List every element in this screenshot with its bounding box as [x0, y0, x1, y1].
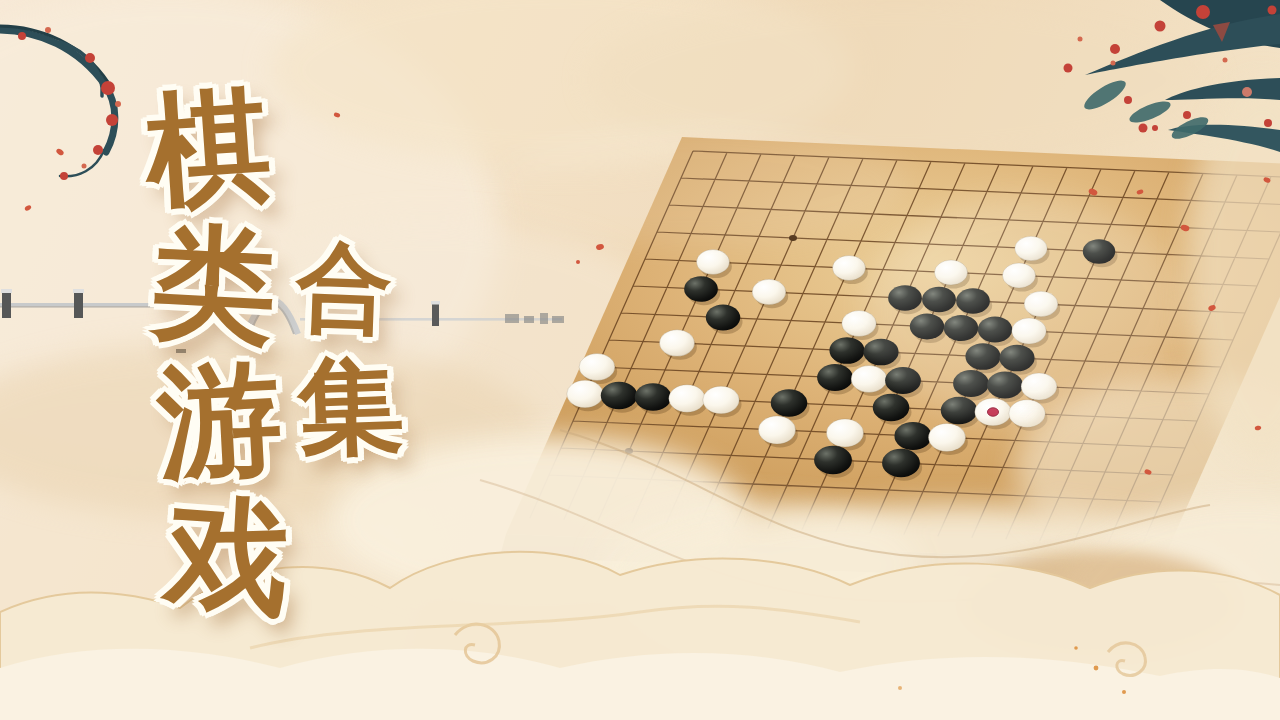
- go-stone-white: [659, 330, 694, 357]
- go-stone-black: [684, 276, 718, 301]
- go-stone-black: [601, 382, 637, 410]
- go-stone-white: [928, 423, 965, 451]
- go-stone-black: [873, 394, 909, 422]
- title-char-2: 类: [149, 219, 279, 349]
- go-stone-white: [758, 416, 795, 444]
- go-stone-white: [752, 279, 786, 304]
- go-stone-white: [579, 353, 615, 380]
- title-char-5: 合: [294, 238, 393, 337]
- go-stone-white: [669, 385, 705, 413]
- go-stone-black: [706, 305, 740, 331]
- go-stone-white: [851, 365, 887, 392]
- go-stone-black: [635, 383, 671, 411]
- go-stone-black: [894, 422, 931, 450]
- go-stone-white: [696, 250, 729, 275]
- title-char-3: 游: [155, 355, 285, 485]
- title-char-6: 集: [296, 352, 406, 462]
- go-stone-black: [882, 449, 920, 478]
- go-stone-white: [567, 380, 603, 408]
- title-char-1: 棋: [142, 82, 274, 214]
- go-stone-black: [817, 364, 853, 391]
- go-stone-white: [826, 419, 863, 447]
- go-stone-black: [829, 337, 864, 364]
- go-stone-white: [703, 386, 739, 414]
- go-stone-black: [814, 446, 852, 475]
- go-stone-white: [832, 256, 865, 281]
- go-stone-black: [771, 389, 807, 417]
- title-char-4: 戏: [162, 490, 294, 622]
- cover-art: 棋 类 游 戏 合 集: [0, 0, 1280, 720]
